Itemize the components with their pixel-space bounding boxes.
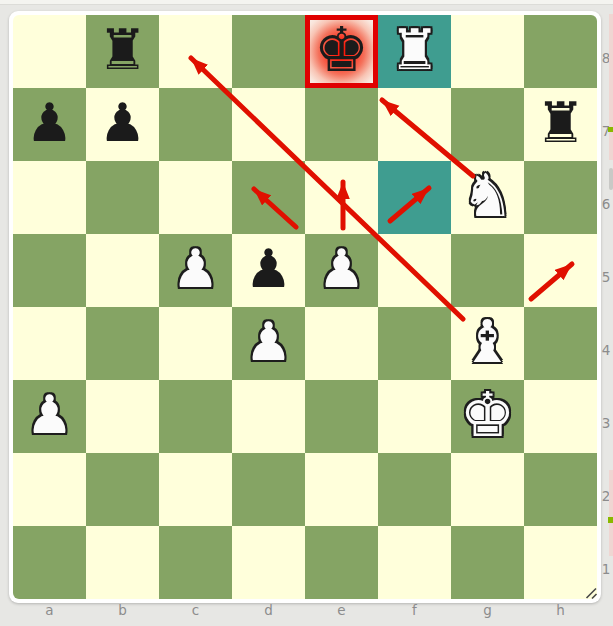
- square-h7[interactable]: ♜: [524, 88, 597, 161]
- square-e4[interactable]: [305, 307, 378, 380]
- square-h6[interactable]: [524, 161, 597, 234]
- piece-black-rook-b8[interactable]: ♜: [97, 22, 147, 78]
- piece-white-bishop-g4[interactable]: ♝: [461, 312, 514, 371]
- square-g6[interactable]: ♞: [451, 161, 524, 234]
- square-f3[interactable]: [378, 380, 451, 453]
- rank-label-6: 6: [599, 161, 613, 234]
- rank-label-3: 3: [599, 380, 613, 453]
- square-e7[interactable]: [305, 88, 378, 161]
- rank-label-8: 8: [599, 15, 613, 88]
- square-f1[interactable]: [378, 526, 451, 599]
- page-top-border: [0, 0, 613, 5]
- square-e8[interactable]: ♚: [305, 15, 378, 88]
- square-a6[interactable]: [13, 161, 86, 234]
- square-d5[interactable]: ♟: [232, 234, 305, 307]
- square-a1[interactable]: [13, 526, 86, 599]
- square-f7[interactable]: [378, 88, 451, 161]
- square-b5[interactable]: [86, 234, 159, 307]
- rank-label-4: 4: [599, 307, 613, 380]
- square-f6[interactable]: [378, 161, 451, 234]
- square-b4[interactable]: [86, 307, 159, 380]
- square-c5[interactable]: ♟: [159, 234, 232, 307]
- board-container: ♜♚♜♟♟♜♞♟♟♟♟♝♟♚: [9, 11, 601, 603]
- square-d8[interactable]: [232, 15, 305, 88]
- piece-black-pawn-a7[interactable]: ♟: [26, 96, 74, 149]
- square-h4[interactable]: [524, 307, 597, 380]
- square-e2[interactable]: [305, 453, 378, 526]
- rank-label-2: 2: [599, 453, 613, 526]
- square-f5[interactable]: [378, 234, 451, 307]
- piece-white-pawn-e5[interactable]: ♟: [318, 242, 366, 295]
- square-b7[interactable]: ♟: [86, 88, 159, 161]
- piece-black-pawn-b7[interactable]: ♟: [99, 96, 147, 149]
- square-b6[interactable]: [86, 161, 159, 234]
- square-c8[interactable]: [159, 15, 232, 88]
- square-e6[interactable]: [305, 161, 378, 234]
- piece-white-rook-f8[interactable]: ♜: [389, 22, 439, 78]
- file-label-a: a: [13, 602, 86, 620]
- piece-white-pawn-a3[interactable]: ♟: [26, 388, 74, 441]
- square-g3[interactable]: ♚: [451, 380, 524, 453]
- board-resize-handle[interactable]: [583, 585, 598, 600]
- square-c3[interactable]: [159, 380, 232, 453]
- chess-board: ♜♚♜♟♟♜♞♟♟♟♟♝♟♚: [13, 15, 597, 599]
- page-root: { "game": "chess", "page": { "background…: [0, 0, 613, 626]
- square-e1[interactable]: [305, 526, 378, 599]
- piece-white-knight-g6[interactable]: ♞: [461, 166, 514, 225]
- file-label-c: c: [159, 602, 232, 620]
- square-c6[interactable]: [159, 161, 232, 234]
- piece-white-king-g3[interactable]: ♚: [460, 384, 516, 446]
- file-label-d: d: [232, 602, 305, 620]
- square-a3[interactable]: ♟: [13, 380, 86, 453]
- square-g8[interactable]: [451, 15, 524, 88]
- square-b8[interactable]: ♜: [86, 15, 159, 88]
- square-g1[interactable]: [451, 526, 524, 599]
- square-f4[interactable]: [378, 307, 451, 380]
- file-coordinate-labels: abcdefgh: [13, 602, 597, 620]
- file-label-h: h: [524, 602, 597, 620]
- square-b1[interactable]: [86, 526, 159, 599]
- square-d4[interactable]: ♟: [232, 307, 305, 380]
- file-label-g: g: [451, 602, 524, 620]
- square-g7[interactable]: [451, 88, 524, 161]
- square-g5[interactable]: [451, 234, 524, 307]
- square-d2[interactable]: [232, 453, 305, 526]
- square-e5[interactable]: ♟: [305, 234, 378, 307]
- square-h3[interactable]: [524, 380, 597, 453]
- square-d1[interactable]: [232, 526, 305, 599]
- rank-label-5: 5: [599, 234, 613, 307]
- rank-label-7: 7: [599, 88, 613, 161]
- square-a5[interactable]: [13, 234, 86, 307]
- square-h5[interactable]: [524, 234, 597, 307]
- square-b2[interactable]: [86, 453, 159, 526]
- square-d7[interactable]: [232, 88, 305, 161]
- square-g4[interactable]: ♝: [451, 307, 524, 380]
- piece-white-pawn-d4[interactable]: ♟: [245, 315, 293, 368]
- square-f8[interactable]: ♜: [378, 15, 451, 88]
- square-d6[interactable]: [232, 161, 305, 234]
- piece-black-rook-h7[interactable]: ♜: [535, 95, 585, 151]
- file-label-f: f: [378, 602, 451, 620]
- square-g2[interactable]: [451, 453, 524, 526]
- square-d3[interactable]: [232, 380, 305, 453]
- square-e3[interactable]: [305, 380, 378, 453]
- file-label-b: b: [86, 602, 159, 620]
- piece-white-pawn-c5[interactable]: ♟: [172, 242, 220, 295]
- square-a8[interactable]: [13, 15, 86, 88]
- piece-black-pawn-d5[interactable]: ♟: [245, 242, 293, 295]
- square-h8[interactable]: [524, 15, 597, 88]
- square-a2[interactable]: [13, 453, 86, 526]
- square-c1[interactable]: [159, 526, 232, 599]
- square-a4[interactable]: [13, 307, 86, 380]
- file-label-e: e: [305, 602, 378, 620]
- square-b3[interactable]: [86, 380, 159, 453]
- square-f2[interactable]: [378, 453, 451, 526]
- rank-coordinate-labels: 87654321: [599, 15, 613, 599]
- square-c4[interactable]: [159, 307, 232, 380]
- rank-label-1: 1: [599, 526, 613, 599]
- square-c2[interactable]: [159, 453, 232, 526]
- square-a7[interactable]: ♟: [13, 88, 86, 161]
- square-h2[interactable]: [524, 453, 597, 526]
- piece-black-king-e8[interactable]: ♚: [314, 19, 370, 81]
- square-c7[interactable]: [159, 88, 232, 161]
